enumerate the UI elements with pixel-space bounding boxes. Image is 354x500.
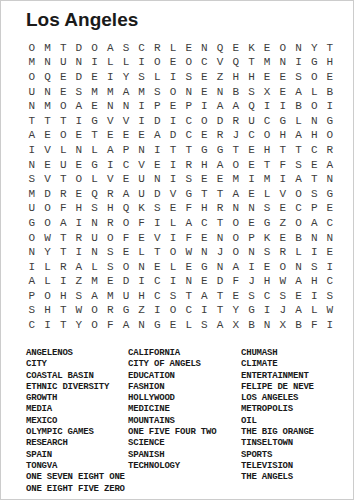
grid-cell: E xyxy=(291,289,307,304)
grid-cell: T xyxy=(87,129,103,144)
grid-cell: L xyxy=(165,41,181,56)
grid-cell: A xyxy=(181,216,197,231)
grid-cell: N xyxy=(181,85,197,100)
grid-cell: A xyxy=(102,143,118,158)
grid-cell: C xyxy=(24,318,40,333)
grid-cell: N xyxy=(134,143,150,158)
grid-cell: I xyxy=(165,172,181,187)
word-list-item: MEDICINE xyxy=(128,404,216,415)
grid-cell: O xyxy=(24,41,40,56)
grid-cell: V xyxy=(118,114,134,129)
grid-cell: I xyxy=(150,143,166,158)
grid-cell: M xyxy=(102,85,118,100)
grid-cell: E xyxy=(244,158,260,173)
grid-cell: V xyxy=(165,187,181,202)
grid-cell: T xyxy=(55,172,71,187)
grid-cell: E xyxy=(150,158,166,173)
grid-cell: U xyxy=(55,158,71,173)
grid-cell: T xyxy=(55,231,71,246)
grid-cell: B xyxy=(244,318,260,333)
word-list-item: TECHNOLOGY xyxy=(128,461,216,472)
grid-cell: E xyxy=(71,158,87,173)
grid-cell: T xyxy=(181,143,197,158)
grid-cell: E xyxy=(197,231,213,246)
grid-cell: Z xyxy=(275,216,291,231)
grid-cell: N xyxy=(306,231,322,246)
grid-cell: L xyxy=(40,275,56,290)
grid-cell: E xyxy=(275,70,291,85)
grid-cell: R xyxy=(228,114,244,129)
grid-cell: B xyxy=(291,318,307,333)
grid-cell: E xyxy=(118,245,134,260)
grid-cell: R xyxy=(275,245,291,260)
grid-cell: D xyxy=(212,114,228,129)
word-list-item: METROPOLIS xyxy=(241,404,314,415)
grid-cell: E xyxy=(55,85,71,100)
grid-cell: O xyxy=(228,245,244,260)
word-list-item: LOS ANGELES xyxy=(241,393,314,404)
grid-cell: I xyxy=(150,216,166,231)
grid-cell: P xyxy=(244,231,260,246)
grid-cell: A xyxy=(24,129,40,144)
word-list-item: EDUCATION xyxy=(128,371,216,382)
grid-cell: L xyxy=(134,245,150,260)
grid-cell: N xyxy=(306,114,322,129)
grid-cell: T xyxy=(181,289,197,304)
grid-cell: I xyxy=(40,318,56,333)
grid-cell: O xyxy=(55,99,71,114)
grid-cell: O xyxy=(87,318,103,333)
grid-cell: M xyxy=(40,99,56,114)
grid-cell: T xyxy=(322,41,338,56)
grid-cell: N xyxy=(40,85,56,100)
grid-cell: P xyxy=(181,99,197,114)
grid-cell: O xyxy=(275,260,291,275)
grid-cell: T xyxy=(55,304,71,319)
grid-cell: R xyxy=(71,231,87,246)
grid-cell: V xyxy=(212,56,228,71)
grid-cell: X xyxy=(259,85,275,100)
grid-cell: I xyxy=(134,56,150,71)
grid-cell: T xyxy=(244,56,260,71)
grid-cell: G xyxy=(322,114,338,129)
word-list-item: THE BIG ORANGE xyxy=(241,427,314,438)
grid-cell: D xyxy=(212,275,228,290)
grid-cell: E xyxy=(165,56,181,71)
grid-cell: R xyxy=(102,216,118,231)
word-list-item: SPORTS xyxy=(241,450,314,461)
grid-cell: L xyxy=(306,304,322,319)
grid-cell: K xyxy=(134,202,150,217)
grid-cell: A xyxy=(118,85,134,100)
grid-cell: I xyxy=(244,172,260,187)
grid-cell: Y xyxy=(118,70,134,85)
word-search-grid: OMTDOASCRLENQEKEONYTMNUNILLIOEOCVQTMNIGH… xyxy=(24,41,338,333)
grid-cell: O xyxy=(40,202,56,217)
grid-cell: V xyxy=(150,231,166,246)
grid-cell: C xyxy=(197,56,213,71)
grid-cell: C xyxy=(291,202,307,217)
grid-cell: G xyxy=(244,304,260,319)
grid-cell: H xyxy=(134,289,150,304)
grid-cell: E xyxy=(165,99,181,114)
word-list-item: MOUNTAINS xyxy=(128,416,216,427)
worksheet-page: Los Angeles OMTDOASCRLENQEKEONYTMNUNILLI… xyxy=(0,0,354,500)
grid-cell: O xyxy=(87,41,103,56)
grid-cell: A xyxy=(291,129,307,144)
grid-cell: E xyxy=(87,70,103,85)
grid-cell: N xyxy=(40,56,56,71)
word-list-item: TONGVA xyxy=(26,461,125,472)
grid-cell: I xyxy=(24,143,40,158)
grid-cell: M xyxy=(134,85,150,100)
grid-cell: L xyxy=(165,260,181,275)
grid-cell: X xyxy=(275,318,291,333)
grid-cell: E xyxy=(259,70,275,85)
grid-cell: I xyxy=(165,158,181,173)
grid-cell: R xyxy=(55,187,71,202)
grid-cell: E xyxy=(228,289,244,304)
grid-cell: T xyxy=(212,216,228,231)
grid-cell: A xyxy=(118,187,134,202)
grid-cell: K xyxy=(244,41,260,56)
grid-cell: E xyxy=(259,41,275,56)
grid-cell: A xyxy=(291,304,307,319)
grid-cell: O xyxy=(165,245,181,260)
page-title: Los Angeles xyxy=(26,9,138,31)
grid-cell: N xyxy=(71,56,87,71)
grid-cell: T xyxy=(55,41,71,56)
grid-cell: J xyxy=(212,245,228,260)
grid-cell: N xyxy=(134,318,150,333)
grid-cell: W xyxy=(181,245,197,260)
grid-cell: Q xyxy=(244,99,260,114)
grid-cell: Z xyxy=(212,70,228,85)
grid-cell: O xyxy=(228,231,244,246)
grid-cell: H xyxy=(197,202,213,217)
grid-cell: T xyxy=(275,143,291,158)
grid-cell: D xyxy=(118,275,134,290)
grid-cell: E xyxy=(181,260,197,275)
grid-cell: A xyxy=(87,289,103,304)
grid-cell: L xyxy=(55,143,71,158)
grid-cell: T xyxy=(150,245,166,260)
grid-cell: C xyxy=(306,143,322,158)
grid-cell: Q xyxy=(118,202,134,217)
grid-cell: W xyxy=(275,275,291,290)
grid-cell: H xyxy=(322,56,338,71)
grid-cell: I xyxy=(102,70,118,85)
grid-cell: C xyxy=(181,114,197,129)
grid-cell: T xyxy=(165,143,181,158)
word-list-item: CLIMATE xyxy=(241,359,314,370)
grid-cell: A xyxy=(322,158,338,173)
grid-cell: J xyxy=(275,304,291,319)
grid-cell: L xyxy=(150,70,166,85)
grid-cell: D xyxy=(150,187,166,202)
grid-cell: O xyxy=(40,289,56,304)
grid-cell: G xyxy=(87,114,103,129)
grid-cell: L xyxy=(87,260,103,275)
grid-cell: M xyxy=(87,275,103,290)
grid-cell: R xyxy=(212,129,228,144)
grid-cell: C xyxy=(134,41,150,56)
word-list-item: COASTAL BASIN xyxy=(26,371,125,382)
grid-cell: O xyxy=(291,187,307,202)
grid-cell: M xyxy=(102,289,118,304)
grid-cell: C xyxy=(244,129,260,144)
grid-cell: E xyxy=(244,216,260,231)
grid-cell: N xyxy=(212,260,228,275)
grid-cell: U xyxy=(244,114,260,129)
grid-cell: O xyxy=(322,129,338,144)
grid-cell: I xyxy=(165,231,181,246)
grid-cell: T xyxy=(197,187,213,202)
grid-cell: S xyxy=(71,85,87,100)
grid-cell: E xyxy=(118,172,134,187)
grid-cell: S xyxy=(102,245,118,260)
grid-cell: Y xyxy=(228,304,244,319)
grid-cell: E xyxy=(322,202,338,217)
grid-cell: A xyxy=(291,172,307,187)
grid-cell: N xyxy=(275,56,291,71)
grid-cell: I xyxy=(165,114,181,129)
grid-cell: R xyxy=(181,158,197,173)
grid-cell: P xyxy=(306,202,322,217)
grid-cell: Q xyxy=(40,70,56,85)
grid-cell: E xyxy=(259,260,275,275)
grid-cell: T xyxy=(55,245,71,260)
word-list-item: SPAIN xyxy=(26,450,125,461)
grid-cell: S xyxy=(244,85,260,100)
grid-cell: N xyxy=(244,245,260,260)
grid-cell: H xyxy=(228,70,244,85)
grid-cell: E xyxy=(244,187,260,202)
grid-cell: P xyxy=(150,99,166,114)
grid-cell: I xyxy=(71,216,87,231)
grid-cell: W xyxy=(322,304,338,319)
grid-cell: N xyxy=(197,245,213,260)
grid-cell: T xyxy=(55,114,71,129)
grid-cell: S xyxy=(71,289,87,304)
grid-cell: D xyxy=(165,129,181,144)
grid-cell: F xyxy=(181,231,197,246)
grid-cell: O xyxy=(197,114,213,129)
word-list-item: TELEVISION xyxy=(241,461,314,472)
grid-cell: E xyxy=(197,275,213,290)
grid-cell: H xyxy=(275,129,291,144)
grid-cell: A xyxy=(24,275,40,290)
grid-cell: S xyxy=(259,245,275,260)
grid-cell: C xyxy=(118,158,134,173)
grid-cell: O xyxy=(150,56,166,71)
grid-cell: C xyxy=(259,114,275,129)
grid-cell: B xyxy=(291,99,307,114)
grid-cell: N xyxy=(212,85,228,100)
grid-cell: A xyxy=(212,318,228,333)
grid-cell: L xyxy=(102,56,118,71)
grid-cell: N xyxy=(322,231,338,246)
grid-cell: V xyxy=(134,158,150,173)
grid-cell: A xyxy=(228,187,244,202)
grid-cell: L xyxy=(40,260,56,275)
grid-cell: I xyxy=(197,304,213,319)
grid-cell: F xyxy=(102,318,118,333)
grid-cell: N xyxy=(291,260,307,275)
grid-cell: L xyxy=(165,216,181,231)
grid-cell: I xyxy=(165,275,181,290)
grid-cell: Y xyxy=(40,245,56,260)
grid-cell: E xyxy=(197,70,213,85)
grid-cell: I xyxy=(102,158,118,173)
grid-cell: E xyxy=(197,172,213,187)
grid-cell: N xyxy=(24,158,40,173)
grid-cell: I xyxy=(322,318,338,333)
grid-cell: E xyxy=(275,85,291,100)
word-list-item: GROWTH xyxy=(26,393,125,404)
word-list-item: ONE SEVEN EIGHT ONE xyxy=(26,472,125,483)
grid-cell: S xyxy=(197,318,213,333)
grid-cell: I xyxy=(244,260,260,275)
grid-cell: Q xyxy=(228,56,244,71)
grid-cell: O xyxy=(87,304,103,319)
word-list-item: RESEARCH xyxy=(26,438,125,449)
grid-cell: I xyxy=(134,114,150,129)
word-list-item: HOLLYWOOD xyxy=(128,393,216,404)
word-list-item: MEDIA xyxy=(26,404,125,415)
grid-cell: I xyxy=(322,260,338,275)
grid-cell: H xyxy=(197,158,213,173)
grid-cell: M xyxy=(259,56,275,71)
grid-cell: T xyxy=(40,114,56,129)
grid-cell: U xyxy=(24,202,40,217)
grid-cell: L xyxy=(291,245,307,260)
grid-cell: A xyxy=(55,216,71,231)
grid-cell: V xyxy=(275,187,291,202)
grid-cell: N xyxy=(87,216,103,231)
grid-cell: A xyxy=(212,99,228,114)
grid-cell: F xyxy=(228,275,244,290)
grid-cell: E xyxy=(118,129,134,144)
grid-cell: E xyxy=(228,41,244,56)
grid-cell: C xyxy=(181,304,197,319)
grid-cell: N xyxy=(259,318,275,333)
grid-cell: P xyxy=(118,143,134,158)
word-list-item: ONE FIVE FOUR TWO xyxy=(128,427,216,438)
grid-cell: I xyxy=(322,99,338,114)
grid-cell: R xyxy=(102,304,118,319)
grid-cell: D xyxy=(71,41,87,56)
grid-cell: I xyxy=(291,56,307,71)
grid-cell: E xyxy=(197,85,213,100)
grid-cell: U xyxy=(87,231,103,246)
grid-cell: I xyxy=(165,70,181,85)
grid-cell: D xyxy=(40,187,56,202)
grid-cell: M xyxy=(228,172,244,187)
grid-cell: S xyxy=(275,289,291,304)
grid-cell: E xyxy=(322,70,338,85)
word-list-item: CALIFORNIA xyxy=(128,348,216,359)
grid-cell: Z xyxy=(134,304,150,319)
grid-cell: H xyxy=(306,275,322,290)
grid-cell: H xyxy=(71,202,87,217)
word-list-item: OLYMPIC GAMES xyxy=(26,427,125,438)
grid-cell: A xyxy=(71,99,87,114)
grid-cell: R xyxy=(102,187,118,202)
word-list-item: SPANISH xyxy=(128,450,216,461)
grid-cell: N xyxy=(24,99,40,114)
grid-cell: N xyxy=(212,231,228,246)
grid-cell: G xyxy=(212,143,228,158)
word-list-item: ETHNIC DIVERSITY xyxy=(26,382,125,393)
grid-cell: E xyxy=(275,231,291,246)
grid-cell: N xyxy=(228,202,244,217)
grid-cell: J xyxy=(228,129,244,144)
word-list-item: CHUMASH xyxy=(241,348,314,359)
grid-cell: N xyxy=(197,41,213,56)
grid-cell: O xyxy=(40,216,56,231)
grid-cell: D xyxy=(71,70,87,85)
grid-cell: Y xyxy=(71,318,87,333)
word-list-item: CITY OF ANGELS xyxy=(128,359,216,370)
grid-cell: O xyxy=(165,85,181,100)
grid-cell: E xyxy=(165,318,181,333)
grid-cell: F xyxy=(55,202,71,217)
grid-cell: L xyxy=(181,318,197,333)
word-list-item: ANGELENOS xyxy=(26,348,125,359)
grid-cell: V xyxy=(102,172,118,187)
word-list-item: SCIENCE xyxy=(128,438,216,449)
grid-cell: T xyxy=(306,172,322,187)
grid-cell: N xyxy=(102,99,118,114)
grid-cell: O xyxy=(306,99,322,114)
grid-cell: G xyxy=(181,187,197,202)
grid-cell: S xyxy=(181,172,197,187)
grid-cell: U xyxy=(134,172,150,187)
grid-cell: E xyxy=(87,99,103,114)
grid-cell: G xyxy=(322,187,338,202)
word-list-column-2: CALIFORNIACITY OF ANGELSEDUCATIONFASHION… xyxy=(128,348,216,472)
grid-cell: I xyxy=(306,289,322,304)
grid-cell: P xyxy=(24,289,40,304)
grid-cell: Y xyxy=(306,41,322,56)
grid-cell: F xyxy=(306,318,322,333)
grid-cell: I xyxy=(275,172,291,187)
grid-cell: W xyxy=(40,231,56,246)
grid-cell: R xyxy=(322,143,338,158)
grid-cell: S xyxy=(322,289,338,304)
grid-cell: T xyxy=(55,318,71,333)
grid-cell: O xyxy=(275,41,291,56)
grid-cell: S xyxy=(24,304,40,319)
grid-cell: G xyxy=(306,56,322,71)
grid-cell: O xyxy=(24,70,40,85)
grid-cell: R xyxy=(212,202,228,217)
grid-cell: G xyxy=(150,318,166,333)
grid-cell: O xyxy=(118,260,134,275)
word-list-item: THE ANGELS xyxy=(241,472,314,483)
grid-cell: E xyxy=(322,245,338,260)
word-list-item: CITY xyxy=(26,359,125,370)
grid-cell: L xyxy=(259,187,275,202)
grid-cell: C xyxy=(322,275,338,290)
grid-cell: C xyxy=(259,289,275,304)
grid-cell: A xyxy=(306,216,322,231)
word-list-item: TINSELTOWN xyxy=(241,438,314,449)
grid-cell: M xyxy=(24,187,40,202)
grid-cell: K xyxy=(259,231,275,246)
grid-cell: S xyxy=(102,260,118,275)
